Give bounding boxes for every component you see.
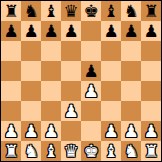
- square-e6[interactable]: [81, 41, 101, 61]
- square-e2[interactable]: [81, 121, 101, 141]
- square-h6[interactable]: [141, 41, 161, 61]
- square-h3[interactable]: [141, 101, 161, 121]
- square-e1[interactable]: ♚: [81, 141, 101, 161]
- square-f7[interactable]: ♟: [101, 21, 121, 41]
- piece-white-rook[interactable]: ♜: [143, 141, 158, 161]
- square-c8[interactable]: ♝: [41, 1, 61, 21]
- square-g4[interactable]: [121, 81, 141, 101]
- square-b4[interactable]: [21, 81, 41, 101]
- piece-white-pawn[interactable]: ♟: [43, 121, 58, 141]
- square-f5[interactable]: [101, 61, 121, 81]
- piece-white-pawn[interactable]: ♟: [83, 81, 98, 101]
- square-h4[interactable]: [141, 81, 161, 101]
- square-d5[interactable]: [61, 61, 81, 81]
- piece-black-pawn[interactable]: ♟: [143, 21, 158, 41]
- square-d4[interactable]: [61, 81, 81, 101]
- square-g7[interactable]: ♟: [121, 21, 141, 41]
- square-e7[interactable]: [81, 21, 101, 41]
- piece-black-rook[interactable]: ♜: [143, 1, 158, 21]
- square-f8[interactable]: ♝: [101, 1, 121, 21]
- chess-board: ♜♞♝♛♚♝♞♜♟♟♟♟♟♟♟♟♟♟♟♟♟♟♟♟♜♞♝♛♚♝♞♜: [0, 0, 162, 162]
- square-b8[interactable]: ♞: [21, 1, 41, 21]
- square-a5[interactable]: [1, 61, 21, 81]
- piece-white-king[interactable]: ♚: [83, 141, 98, 161]
- piece-black-king[interactable]: ♚: [83, 1, 98, 21]
- square-c6[interactable]: [41, 41, 61, 61]
- piece-black-pawn[interactable]: ♟: [103, 21, 118, 41]
- square-b5[interactable]: [21, 61, 41, 81]
- square-h2[interactable]: ♟: [141, 121, 161, 141]
- square-c4[interactable]: [41, 81, 61, 101]
- square-g6[interactable]: [121, 41, 141, 61]
- square-b2[interactable]: ♟: [21, 121, 41, 141]
- piece-black-bishop[interactable]: ♝: [103, 1, 118, 21]
- square-c7[interactable]: ♟: [41, 21, 61, 41]
- piece-white-pawn[interactable]: ♟: [123, 121, 138, 141]
- square-b7[interactable]: ♟: [21, 21, 41, 41]
- square-e8[interactable]: ♚: [81, 1, 101, 21]
- piece-white-rook[interactable]: ♜: [3, 141, 18, 161]
- piece-black-rook[interactable]: ♜: [3, 1, 18, 21]
- square-b3[interactable]: [21, 101, 41, 121]
- square-h5[interactable]: [141, 61, 161, 81]
- piece-white-pawn[interactable]: ♟: [23, 121, 38, 141]
- piece-white-pawn[interactable]: ♟: [103, 121, 118, 141]
- square-b6[interactable]: [21, 41, 41, 61]
- piece-white-pawn[interactable]: ♟: [143, 121, 158, 141]
- square-d2[interactable]: [61, 121, 81, 141]
- square-a3[interactable]: [1, 101, 21, 121]
- square-d8[interactable]: ♛: [61, 1, 81, 21]
- square-f4[interactable]: [101, 81, 121, 101]
- piece-black-bishop[interactable]: ♝: [43, 1, 58, 21]
- square-e5[interactable]: ♟: [81, 61, 101, 81]
- square-a6[interactable]: [1, 41, 21, 61]
- square-f2[interactable]: ♟: [101, 121, 121, 141]
- square-g2[interactable]: ♟: [121, 121, 141, 141]
- piece-black-queen[interactable]: ♛: [63, 1, 78, 21]
- square-b1[interactable]: ♞: [21, 141, 41, 161]
- square-e4[interactable]: ♟: [81, 81, 101, 101]
- piece-black-pawn[interactable]: ♟: [3, 21, 18, 41]
- square-a1[interactable]: ♜: [1, 141, 21, 161]
- square-a8[interactable]: ♜: [1, 1, 21, 21]
- piece-black-knight[interactable]: ♞: [123, 1, 138, 21]
- piece-black-pawn[interactable]: ♟: [83, 61, 98, 81]
- piece-white-knight[interactable]: ♞: [23, 141, 38, 161]
- square-f1[interactable]: ♝: [101, 141, 121, 161]
- square-g8[interactable]: ♞: [121, 1, 141, 21]
- square-e3[interactable]: [81, 101, 101, 121]
- square-d6[interactable]: [61, 41, 81, 61]
- piece-white-pawn[interactable]: ♟: [63, 101, 78, 121]
- piece-black-pawn[interactable]: ♟: [123, 21, 138, 41]
- piece-white-bishop[interactable]: ♝: [103, 141, 118, 161]
- square-h7[interactable]: ♟: [141, 21, 161, 41]
- piece-white-queen[interactable]: ♛: [63, 141, 78, 161]
- square-c5[interactable]: [41, 61, 61, 81]
- square-g1[interactable]: ♞: [121, 141, 141, 161]
- square-a2[interactable]: ♟: [1, 121, 21, 141]
- square-g3[interactable]: [121, 101, 141, 121]
- square-c3[interactable]: [41, 101, 61, 121]
- square-f6[interactable]: [101, 41, 121, 61]
- piece-white-knight[interactable]: ♞: [123, 141, 138, 161]
- piece-black-knight[interactable]: ♞: [23, 1, 38, 21]
- piece-black-pawn[interactable]: ♟: [23, 21, 38, 41]
- piece-white-bishop[interactable]: ♝: [43, 141, 58, 161]
- square-a7[interactable]: ♟: [1, 21, 21, 41]
- square-d1[interactable]: ♛: [61, 141, 81, 161]
- square-h1[interactable]: ♜: [141, 141, 161, 161]
- square-g5[interactable]: [121, 61, 141, 81]
- piece-white-pawn[interactable]: ♟: [3, 121, 18, 141]
- square-h8[interactable]: ♜: [141, 1, 161, 21]
- square-f3[interactable]: [101, 101, 121, 121]
- piece-black-pawn[interactable]: ♟: [63, 21, 78, 41]
- piece-black-pawn[interactable]: ♟: [43, 21, 58, 41]
- square-d7[interactable]: ♟: [61, 21, 81, 41]
- square-a4[interactable]: [1, 81, 21, 101]
- square-d3[interactable]: ♟: [61, 101, 81, 121]
- square-c1[interactable]: ♝: [41, 141, 61, 161]
- square-c2[interactable]: ♟: [41, 121, 61, 141]
